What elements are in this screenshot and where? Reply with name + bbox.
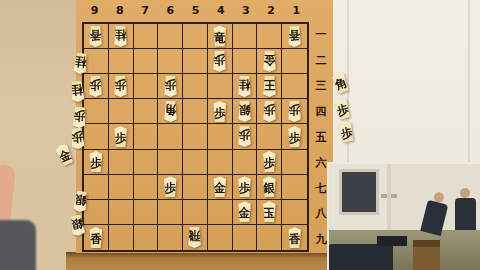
board-cell-4三	[208, 74, 233, 99]
board-cell-9五	[84, 124, 109, 149]
board-cell-5七	[183, 175, 208, 200]
board-bottom-frame	[66, 252, 340, 270]
shogi-piece-gote: 銀	[68, 215, 87, 236]
board-cell-6五	[158, 124, 183, 149]
board-cell-2六: 歩	[257, 150, 282, 175]
board-cell-7五	[134, 124, 159, 149]
board-cell-2七: 銀	[257, 175, 282, 200]
board-cell-7三	[134, 74, 159, 99]
shogi-piece-gote: 王	[260, 76, 279, 97]
board-cell-3四: 銀	[233, 99, 258, 124]
board-cell-9九: 香	[84, 225, 109, 250]
board-cell-7六	[134, 150, 159, 175]
board-cell-1二	[282, 49, 307, 74]
file-label: 3	[233, 3, 258, 19]
board-cell-7七	[134, 175, 159, 200]
shogi-piece-sente: 金	[210, 176, 229, 197]
board-cell-8七	[109, 175, 134, 200]
shogi-piece-sente: 金	[235, 201, 254, 222]
shogi-piece-gote: 桂	[71, 53, 90, 74]
shogi-piece-sente: 歩	[210, 101, 229, 122]
rank-label: 一	[313, 22, 329, 48]
shogi-piece-sente: 歩	[111, 126, 130, 147]
pip-window-alcove	[339, 169, 379, 215]
shogi-piece-sente: 金	[55, 144, 74, 165]
board-cell-3八: 金	[233, 200, 258, 225]
board-cell-4七: 金	[208, 175, 233, 200]
board-cell-4九	[208, 225, 233, 250]
pip-wooden-chest-lid	[413, 240, 440, 247]
rank-label: 二	[313, 48, 329, 74]
board-cell-6八	[158, 200, 183, 225]
broadcast-frame: 987654321 香桂竜香歩金歩歩歩桂王角歩銀歩歩歩歩歩歩歩歩金歩銀金玉香飛香…	[0, 0, 480, 270]
board-cell-4四: 歩	[208, 99, 233, 124]
board-cell-5二	[183, 49, 208, 74]
shogi-piece-sente: 玉	[260, 201, 279, 222]
board-cell-6六	[158, 150, 183, 175]
board-cell-3七: 歩	[233, 175, 258, 200]
board-cell-5八	[183, 200, 208, 225]
shogi-piece-gote: 歩	[70, 107, 89, 128]
shogi-piece-gote: 金	[260, 51, 279, 72]
shogi-piece-gote: 角	[161, 101, 180, 122]
board-cell-6一	[158, 24, 183, 49]
wall-seam	[468, 0, 470, 165]
board-cell-3九	[233, 225, 258, 250]
shogi-piece-sente: 歩	[86, 151, 105, 172]
shogi-piece-gote: 銀	[235, 101, 254, 122]
pip-pillar	[387, 164, 391, 234]
board-cell-2三: 王	[257, 74, 282, 99]
shogi-piece-sente: 歩	[235, 176, 254, 197]
board-cell-6二	[158, 49, 183, 74]
board-cell-8八	[109, 200, 134, 225]
shogi-board-grid: 香桂竜香歩金歩歩歩桂王角歩銀歩歩歩歩歩歩歩歩金歩銀金玉香飛香	[82, 22, 309, 252]
board-cell-2五	[257, 124, 282, 149]
shogi-piece-sente: 香	[285, 227, 304, 248]
board-cell-9三: 歩	[84, 74, 109, 99]
shogi-piece-sente: 歩	[161, 176, 180, 197]
board-cell-5三	[183, 74, 208, 99]
board-cell-5一	[183, 24, 208, 49]
shogi-piece-sente: 竜	[210, 26, 229, 47]
pip-shogi-table	[377, 236, 407, 246]
file-labels: 987654321	[82, 3, 309, 19]
board-cell-1六	[282, 150, 307, 175]
board-cell-1四: 歩	[282, 99, 307, 124]
rank-label: 三	[313, 73, 329, 99]
shogi-piece-gote: 桂	[68, 81, 87, 102]
shogi-piece-sente: 歩	[285, 126, 304, 147]
board-cell-8九	[109, 225, 134, 250]
file-label: 2	[259, 3, 284, 19]
file-label: 8	[107, 3, 132, 19]
demonstration-board: 987654321 香桂竜香歩金歩歩歩桂王角歩銀歩歩歩歩歩歩歩歩金歩銀金玉香飛香…	[76, 0, 333, 253]
shogi-piece-sente: 歩	[337, 121, 356, 142]
shogi-piece-gote: 香	[86, 26, 105, 47]
shogi-piece-sente: 銀	[260, 176, 279, 197]
board-cell-4一: 竜	[208, 24, 233, 49]
rank-label: 四	[313, 99, 329, 125]
board-cell-3三: 桂	[233, 74, 258, 99]
board-cell-1七	[282, 175, 307, 200]
board-cell-5九: 飛	[183, 225, 208, 250]
board-cell-4二: 歩	[208, 49, 233, 74]
pip-player-right	[455, 188, 476, 230]
board-cell-1九: 香	[282, 225, 307, 250]
pip-player-right-torso	[455, 198, 476, 230]
board-cell-2一	[257, 24, 282, 49]
board-cell-4八	[208, 200, 233, 225]
file-label: 7	[132, 3, 157, 19]
board-cell-7二	[134, 49, 159, 74]
shogi-piece-gote: 飛	[185, 227, 204, 248]
board-cell-8四	[109, 99, 134, 124]
file-label: 5	[183, 3, 208, 19]
board-cell-7九	[134, 225, 159, 250]
board-cell-3六	[233, 150, 258, 175]
file-label: 4	[208, 3, 233, 19]
board-cell-9一: 香	[84, 24, 109, 49]
board-cell-7四	[134, 99, 159, 124]
shogi-piece-gote: 歩	[285, 101, 304, 122]
board-cell-1三	[282, 74, 307, 99]
board-cell-6三: 歩	[158, 74, 183, 99]
board-cell-4六	[208, 150, 233, 175]
board-cell-1八	[282, 200, 307, 225]
board-cell-9六: 歩	[84, 150, 109, 175]
board-cell-7八	[134, 200, 159, 225]
shogi-piece-sente: 歩	[333, 98, 352, 119]
board-cell-6四: 角	[158, 99, 183, 124]
board-cell-5六	[183, 150, 208, 175]
shogi-piece-gote: 歩	[260, 101, 279, 122]
shogi-piece-sente: 香	[86, 227, 105, 248]
board-cell-5五	[183, 124, 208, 149]
board-cell-5四	[183, 99, 208, 124]
file-label: 1	[284, 3, 309, 19]
board-cell-7一	[134, 24, 159, 49]
board-cell-2二: 金	[257, 49, 282, 74]
rank-label: 五	[313, 124, 329, 150]
shogi-piece-gote: 香	[285, 26, 304, 47]
pip-player-right-head	[460, 188, 470, 198]
shogi-piece-gote: 歩	[161, 76, 180, 97]
file-label: 6	[158, 3, 183, 19]
board-cell-3二	[233, 49, 258, 74]
board-cell-2八: 玉	[257, 200, 282, 225]
board-cell-3一	[233, 24, 258, 49]
shogi-piece-gote: 銀	[71, 191, 90, 212]
board-cell-4五	[208, 124, 233, 149]
board-cell-3五: 歩	[233, 124, 258, 149]
board-cell-8六	[109, 150, 134, 175]
board-cell-1一: 香	[282, 24, 307, 49]
board-cell-8五: 歩	[109, 124, 134, 149]
shogi-piece-gote: 桂	[111, 26, 130, 47]
board-cell-8一: 桂	[109, 24, 134, 49]
shogi-piece-gote: 歩	[111, 76, 130, 97]
board-cell-8二	[109, 49, 134, 74]
shogi-piece-gote: 桂	[235, 76, 254, 97]
file-label: 9	[82, 3, 107, 19]
shogi-piece-gote: 歩	[210, 51, 229, 72]
foreground-figure	[0, 220, 36, 270]
pip-dark-table	[329, 244, 393, 270]
shogi-piece-sente: 角	[331, 72, 350, 93]
board-cell-8三: 歩	[109, 74, 134, 99]
board-cell-2四: 歩	[257, 99, 282, 124]
board-cell-1五: 歩	[282, 124, 307, 149]
board-cell-6七: 歩	[158, 175, 183, 200]
board-cell-6九	[158, 225, 183, 250]
board-cell-2九	[257, 225, 282, 250]
shogi-piece-gote: 歩	[235, 126, 254, 147]
shogi-piece-sente: 歩	[260, 151, 279, 172]
studio-video-inset	[327, 162, 480, 270]
shogi-piece-gote: 歩	[86, 76, 105, 97]
